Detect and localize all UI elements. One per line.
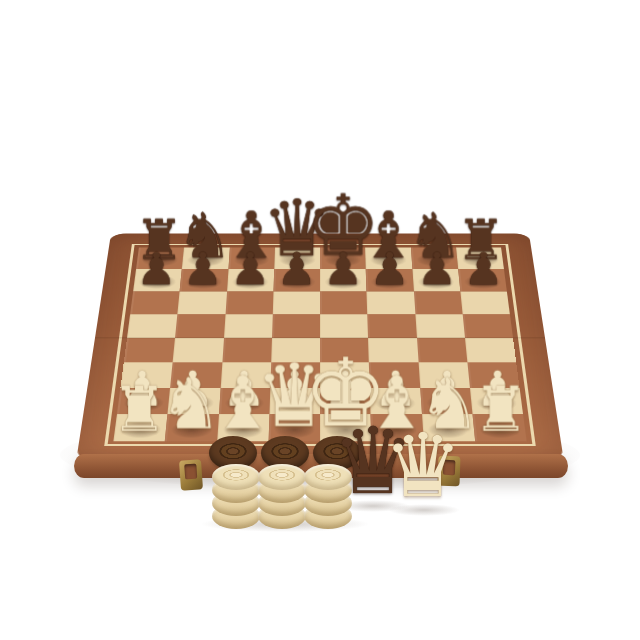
accessories [0,0,640,640]
spare-white-queen[interactable]: ♛ [378,422,468,510]
checker-stack[interactable] [212,462,260,529]
checker-stack[interactable] [258,462,306,529]
product-photo: ♜♞♝♛♚♝♞♜♟♟♟♟♟♟♟♟♟♟♟♟♟♟♟♟♜♞♝♛♚♝♞♜ ♛ ♛ [0,0,640,640]
light-checker[interactable] [212,464,260,490]
light-checker[interactable] [258,464,306,490]
